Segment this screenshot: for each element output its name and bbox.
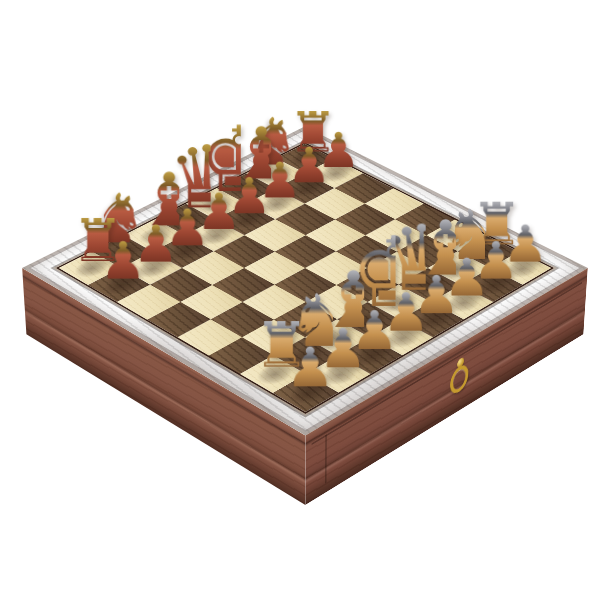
product-photo: ♜♞♝♛♚♝♞♜♟♟♟♟♟♟♟♟♜♞♝♚♛♝♞♜♟♟♟♟♟♟♟♟ bbox=[0, 0, 600, 600]
piece-white-pawn: ♟ bbox=[286, 341, 333, 396]
drawer-ring-pull-icon bbox=[450, 361, 469, 397]
piece-black-pawn: ♟ bbox=[100, 235, 144, 287]
perspective-stage: ♜♞♝♛♚♝♞♜♟♟♟♟♟♟♟♟♜♞♝♚♛♝♞♜♟♟♟♟♟♟♟♟ bbox=[0, 0, 600, 600]
chess-box: ♜♞♝♛♚♝♞♜♟♟♟♟♟♟♟♟♜♞♝♚♛♝♞♜♟♟♟♟♟♟♟♟ bbox=[22, 127, 588, 436]
drawer-side-seam bbox=[325, 434, 327, 483]
